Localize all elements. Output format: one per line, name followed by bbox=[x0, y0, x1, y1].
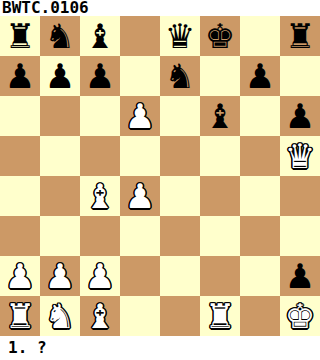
square-d2[interactable] bbox=[120, 256, 160, 296]
square-a6[interactable] bbox=[0, 96, 40, 136]
square-g2[interactable] bbox=[240, 256, 280, 296]
square-c4[interactable]: ♝ bbox=[80, 176, 120, 216]
square-a4[interactable] bbox=[0, 176, 40, 216]
square-e5[interactable] bbox=[160, 136, 200, 176]
piece-black-knight[interactable]: ♞ bbox=[165, 56, 195, 96]
square-c6[interactable] bbox=[80, 96, 120, 136]
piece-white-pawn[interactable]: ♟ bbox=[45, 256, 75, 296]
piece-white-rook[interactable]: ♜ bbox=[205, 296, 235, 336]
square-f6[interactable]: ♝ bbox=[200, 96, 240, 136]
piece-white-king[interactable]: ♚ bbox=[285, 296, 315, 336]
piece-white-bishop[interactable]: ♝ bbox=[85, 296, 115, 336]
square-b5[interactable] bbox=[40, 136, 80, 176]
square-e4[interactable] bbox=[160, 176, 200, 216]
square-f8[interactable]: ♚ bbox=[200, 16, 240, 56]
square-h5[interactable]: ♛ bbox=[280, 136, 320, 176]
square-a8[interactable]: ♜ bbox=[0, 16, 40, 56]
piece-black-pawn[interactable]: ♟ bbox=[285, 96, 315, 136]
square-e1[interactable] bbox=[160, 296, 200, 336]
square-g3[interactable] bbox=[240, 216, 280, 256]
square-g5[interactable] bbox=[240, 136, 280, 176]
square-h3[interactable] bbox=[280, 216, 320, 256]
square-f2[interactable] bbox=[200, 256, 240, 296]
square-d5[interactable] bbox=[120, 136, 160, 176]
piece-white-pawn[interactable]: ♟ bbox=[125, 96, 155, 136]
square-d7[interactable] bbox=[120, 56, 160, 96]
piece-white-pawn[interactable]: ♟ bbox=[85, 256, 115, 296]
piece-black-bishop[interactable]: ♝ bbox=[205, 96, 235, 136]
move-prompt: 1. ? bbox=[0, 336, 47, 360]
piece-white-rook[interactable]: ♜ bbox=[5, 296, 35, 336]
square-f3[interactable] bbox=[200, 216, 240, 256]
piece-white-queen[interactable]: ♛ bbox=[285, 136, 315, 176]
square-b2[interactable]: ♟ bbox=[40, 256, 80, 296]
piece-black-pawn[interactable]: ♟ bbox=[285, 256, 315, 296]
square-g6[interactable] bbox=[240, 96, 280, 136]
square-c5[interactable] bbox=[80, 136, 120, 176]
square-h8[interactable]: ♜ bbox=[280, 16, 320, 56]
square-g8[interactable] bbox=[240, 16, 280, 56]
square-b1[interactable]: ♞ bbox=[40, 296, 80, 336]
square-h7[interactable] bbox=[280, 56, 320, 96]
square-c7[interactable]: ♟ bbox=[80, 56, 120, 96]
square-h6[interactable]: ♟ bbox=[280, 96, 320, 136]
square-a7[interactable]: ♟ bbox=[0, 56, 40, 96]
square-e3[interactable] bbox=[160, 216, 200, 256]
square-e6[interactable] bbox=[160, 96, 200, 136]
square-e8[interactable]: ♛ bbox=[160, 16, 200, 56]
square-f5[interactable] bbox=[200, 136, 240, 176]
square-b7[interactable]: ♟ bbox=[40, 56, 80, 96]
square-f1[interactable]: ♜ bbox=[200, 296, 240, 336]
square-a1[interactable]: ♜ bbox=[0, 296, 40, 336]
square-b3[interactable] bbox=[40, 216, 80, 256]
square-d8[interactable] bbox=[120, 16, 160, 56]
square-e2[interactable] bbox=[160, 256, 200, 296]
square-h1[interactable]: ♚ bbox=[280, 296, 320, 336]
piece-white-pawn[interactable]: ♟ bbox=[125, 176, 155, 216]
piece-white-knight[interactable]: ♞ bbox=[45, 296, 75, 336]
piece-black-queen[interactable]: ♛ bbox=[165, 16, 195, 56]
piece-black-bishop[interactable]: ♝ bbox=[85, 16, 115, 56]
piece-black-pawn[interactable]: ♟ bbox=[245, 56, 275, 96]
square-c2[interactable]: ♟ bbox=[80, 256, 120, 296]
piece-black-pawn[interactable]: ♟ bbox=[85, 56, 115, 96]
square-a2[interactable]: ♟ bbox=[0, 256, 40, 296]
piece-black-rook[interactable]: ♜ bbox=[5, 16, 35, 56]
square-c8[interactable]: ♝ bbox=[80, 16, 120, 56]
square-d1[interactable] bbox=[120, 296, 160, 336]
square-f7[interactable] bbox=[200, 56, 240, 96]
piece-black-rook[interactable]: ♜ bbox=[285, 16, 315, 56]
piece-black-king[interactable]: ♚ bbox=[205, 16, 235, 56]
square-h2[interactable]: ♟ bbox=[280, 256, 320, 296]
square-b6[interactable] bbox=[40, 96, 80, 136]
piece-white-pawn[interactable]: ♟ bbox=[5, 256, 35, 296]
square-e7[interactable]: ♞ bbox=[160, 56, 200, 96]
square-g4[interactable] bbox=[240, 176, 280, 216]
piece-white-bishop[interactable]: ♝ bbox=[85, 176, 115, 216]
square-h4[interactable] bbox=[280, 176, 320, 216]
square-g1[interactable] bbox=[240, 296, 280, 336]
title-bar: BWTC.0106 bbox=[0, 0, 320, 16]
square-g7[interactable]: ♟ bbox=[240, 56, 280, 96]
square-b8[interactable]: ♞ bbox=[40, 16, 80, 56]
square-d4[interactable]: ♟ bbox=[120, 176, 160, 216]
square-a3[interactable] bbox=[0, 216, 40, 256]
square-c1[interactable]: ♝ bbox=[80, 296, 120, 336]
square-a5[interactable] bbox=[0, 136, 40, 176]
square-b4[interactable] bbox=[40, 176, 80, 216]
piece-black-pawn[interactable]: ♟ bbox=[5, 56, 35, 96]
square-f4[interactable] bbox=[200, 176, 240, 216]
square-d3[interactable] bbox=[120, 216, 160, 256]
piece-black-knight[interactable]: ♞ bbox=[45, 16, 75, 56]
square-c3[interactable] bbox=[80, 216, 120, 256]
status-bar: 1. ? bbox=[0, 336, 320, 360]
chess-board: ♜♞♝♛♚♜♟♟♟♞♟♟♝♟♛♝♟♟♟♟♟♜♞♝♜♚ bbox=[0, 16, 320, 336]
piece-black-pawn[interactable]: ♟ bbox=[45, 56, 75, 96]
square-d6[interactable]: ♟ bbox=[120, 96, 160, 136]
puzzle-id: BWTC.0106 bbox=[0, 0, 89, 16]
